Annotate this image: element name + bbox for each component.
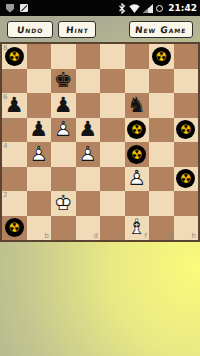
piece-black-knight: ♞	[125, 93, 150, 118]
square-a2[interactable]: 2	[2, 191, 27, 216]
square-f7[interactable]	[125, 69, 150, 94]
square-b6[interactable]	[27, 93, 52, 118]
radiation-trefoil-glyph: ☢	[180, 172, 192, 185]
square-e1[interactable]: e	[100, 216, 125, 241]
square-c5[interactable]: ♟♙	[51, 118, 76, 143]
piece-black-pawn: ♟	[76, 118, 101, 143]
square-a1[interactable]: 1a☢	[2, 216, 27, 241]
square-a3[interactable]: 3	[2, 167, 27, 192]
cell-signal-icon	[143, 4, 153, 13]
hint-button[interactable]: Hint	[58, 21, 96, 38]
square-d5[interactable]: ♟	[76, 118, 101, 143]
square-e2[interactable]	[100, 191, 125, 216]
radiation-trefoil-glyph: ☢	[155, 49, 167, 62]
piece-outline: ♙	[76, 142, 101, 167]
hint-button-label: Hint	[65, 25, 89, 35]
radiation-icon: ☢	[127, 120, 146, 139]
square-g5[interactable]	[149, 118, 174, 143]
piece-white-pawn: ♟♙	[76, 142, 101, 167]
square-a5[interactable]: 5	[2, 118, 27, 143]
square-d4[interactable]: ♟♙	[76, 142, 101, 167]
radiation-trefoil-glyph: ☢	[131, 147, 143, 160]
square-h5[interactable]: ☢	[174, 118, 199, 143]
square-d8[interactable]	[76, 44, 101, 69]
square-e3[interactable]	[100, 167, 125, 192]
square-d2[interactable]	[76, 191, 101, 216]
square-d3[interactable]	[76, 167, 101, 192]
radiation-trefoil-glyph: ☢	[180, 123, 192, 136]
square-g6[interactable]	[149, 93, 174, 118]
radiation-icon: ☢	[176, 120, 195, 139]
status-bar-clock: 21:42	[168, 3, 197, 13]
file-label-c: c	[70, 232, 74, 240]
square-h1[interactable]: h	[174, 216, 199, 241]
piece-white-bishop: ♝♗	[125, 216, 150, 241]
square-e6[interactable]	[100, 93, 125, 118]
bluetooth-icon	[118, 3, 126, 14]
piece-white-pawn: ♟♙	[125, 167, 150, 192]
rank-label-7: 7	[3, 69, 7, 77]
square-f1[interactable]: f♝♗	[125, 216, 150, 241]
square-b3[interactable]	[27, 167, 52, 192]
square-e7[interactable]	[100, 69, 125, 94]
square-c1[interactable]: c	[51, 216, 76, 241]
radiation-trefoil-glyph: ☢	[8, 49, 20, 62]
new-game-button-label: New Game	[135, 25, 188, 35]
square-f2[interactable]	[125, 191, 150, 216]
status-bar-left-icons	[6, 4, 28, 13]
piece-black-pawn: ♟	[27, 118, 52, 143]
square-g3[interactable]	[149, 167, 174, 192]
square-a8[interactable]: 8☢	[2, 44, 27, 69]
square-c6[interactable]: ♟	[51, 93, 76, 118]
square-d1[interactable]: d	[76, 216, 101, 241]
piece-glyph: ♞	[125, 93, 150, 118]
piece-black-pawn: ♟	[51, 93, 76, 118]
phone-screen: 21:42 Undo Hint New Game 8☢☢7♚6♟♟♞5♟♟♙♟☢…	[0, 0, 200, 356]
square-h2[interactable]	[174, 191, 199, 216]
square-g1[interactable]: g	[149, 216, 174, 241]
new-game-button[interactable]: New Game	[129, 21, 193, 38]
square-e5[interactable]	[100, 118, 125, 143]
wifi-icon	[129, 4, 140, 13]
sd-card-icon	[20, 4, 28, 12]
data-saver-icon	[156, 5, 163, 12]
file-label-b: b	[45, 232, 49, 240]
piece-outline: ♙	[27, 142, 52, 167]
square-a4[interactable]: 4	[2, 142, 27, 167]
radiation-icon: ☢	[152, 47, 171, 66]
radiation-icon: ☢	[176, 169, 195, 188]
square-h6[interactable]	[174, 93, 199, 118]
square-d7[interactable]	[76, 69, 101, 94]
square-g8[interactable]: ☢	[149, 44, 174, 69]
radiation-icon: ☢	[5, 47, 24, 66]
file-label-h: h	[192, 232, 196, 240]
chess-board: 8☢☢7♚6♟♟♞5♟♟♙♟☢☢4♟♙♟♙☢3♟♙☢2♚♔1a☢bcdef♝♗g…	[0, 42, 200, 242]
piece-white-king: ♚♔	[51, 191, 76, 216]
square-f6[interactable]: ♞	[125, 93, 150, 118]
rank-label-4: 4	[3, 142, 7, 150]
square-a6[interactable]: 6♟	[2, 93, 27, 118]
square-f8[interactable]	[125, 44, 150, 69]
square-g2[interactable]	[149, 191, 174, 216]
piece-outline: ♔	[51, 191, 76, 216]
radiation-trefoil-glyph: ☢	[8, 221, 20, 234]
square-c8[interactable]	[51, 44, 76, 69]
rank-label-5: 5	[3, 118, 7, 126]
square-c4[interactable]	[51, 142, 76, 167]
piece-white-pawn: ♟♙	[51, 118, 76, 143]
undo-button[interactable]: Undo	[7, 21, 53, 38]
file-label-d: d	[94, 232, 98, 240]
piece-black-king: ♚	[51, 69, 76, 94]
square-h4[interactable]	[174, 142, 199, 167]
undo-button-label: Undo	[16, 25, 43, 35]
piece-glyph: ♟	[76, 118, 101, 143]
square-b4[interactable]: ♟♙	[27, 142, 52, 167]
square-d6[interactable]	[76, 93, 101, 118]
status-bar: 21:42	[0, 0, 200, 16]
square-g7[interactable]	[149, 69, 174, 94]
square-b1[interactable]: b	[27, 216, 52, 241]
piece-white-pawn: ♟♙	[27, 142, 52, 167]
piece-outline: ♙	[125, 167, 150, 192]
square-a7[interactable]: 7	[2, 69, 27, 94]
square-c2[interactable]: ♚♔	[51, 191, 76, 216]
square-b5[interactable]: ♟	[27, 118, 52, 143]
piece-glyph: ♟	[51, 93, 76, 118]
rank-label-3: 3	[3, 167, 7, 175]
file-label-e: e	[118, 232, 122, 240]
shield-icon	[6, 4, 14, 13]
radiation-icon: ☢	[5, 218, 24, 237]
square-e8[interactable]	[100, 44, 125, 69]
piece-black-pawn: ♟	[2, 93, 27, 118]
square-h8[interactable]	[174, 44, 199, 69]
square-b7[interactable]	[27, 69, 52, 94]
piece-glyph: ♟	[27, 118, 52, 143]
piece-glyph: ♟	[2, 93, 27, 118]
file-label-g: g	[167, 232, 171, 240]
rank-label-2: 2	[3, 191, 7, 199]
radiation-icon: ☢	[127, 145, 146, 164]
square-c7[interactable]: ♚	[51, 69, 76, 94]
square-b2[interactable]	[27, 191, 52, 216]
square-h3[interactable]: ☢	[174, 167, 199, 192]
radiation-trefoil-glyph: ☢	[131, 123, 143, 136]
square-f5[interactable]: ☢	[125, 118, 150, 143]
square-f4[interactable]: ☢	[125, 142, 150, 167]
square-b8[interactable]	[27, 44, 52, 69]
square-e4[interactable]	[100, 142, 125, 167]
square-h7[interactable]	[174, 69, 199, 94]
piece-glyph: ♚	[51, 69, 76, 94]
square-c3[interactable]	[51, 167, 76, 192]
piece-outline: ♗	[125, 216, 150, 241]
square-g4[interactable]	[149, 142, 174, 167]
piece-outline: ♙	[51, 118, 76, 143]
status-bar-right-icons: 21:42	[118, 3, 197, 14]
square-f3[interactable]: ♟♙	[125, 167, 150, 192]
